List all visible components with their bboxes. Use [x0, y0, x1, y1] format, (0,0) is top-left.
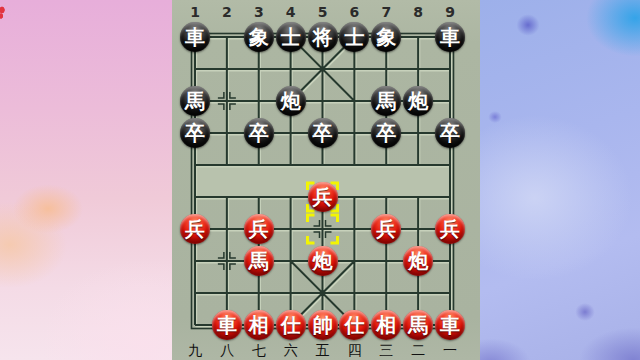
file-label-top: 3 [254, 5, 264, 19]
piece-red[interactable]: 帥 [308, 310, 338, 340]
piece-black[interactable]: 炮 [276, 86, 306, 116]
file-label-bottom: 八 [220, 343, 234, 357]
file-label-top: 8 [413, 5, 423, 19]
file-label-top: 5 [318, 5, 328, 19]
piece-black[interactable]: 象 [244, 22, 274, 52]
piece-red[interactable]: 馬 [244, 246, 274, 276]
piece-red[interactable]: 仕 [276, 310, 306, 340]
file-label-top: 7 [381, 5, 391, 19]
piece-red[interactable]: 兵 [180, 214, 210, 244]
file-label-top: 6 [350, 5, 360, 19]
file-label-bottom: 一 [443, 343, 457, 357]
piece-black[interactable]: 卒 [435, 118, 465, 148]
piece-red[interactable]: 車 [435, 310, 465, 340]
file-label-bottom: 六 [284, 343, 298, 357]
piece-black[interactable]: 将 [308, 22, 338, 52]
piece-black[interactable]: 車 [435, 22, 465, 52]
piece-black[interactable]: 卒 [180, 118, 210, 148]
file-label-bottom: 五 [316, 343, 330, 357]
file-label-bottom: 九 [188, 343, 202, 357]
piece-red[interactable]: 兵 [244, 214, 274, 244]
xiangqi-board: 123456789 九八七六五四三二一 車象士将士象車馬炮馬炮卒卒卒卒卒兵兵兵兵… [172, 0, 480, 360]
piece-red[interactable]: 相 [244, 310, 274, 340]
file-label-bottom: 二 [411, 343, 425, 357]
piece-red[interactable]: 馬 [403, 310, 433, 340]
piece-black[interactable]: 馬 [180, 86, 210, 116]
file-label-bottom: 四 [347, 343, 361, 357]
piece-black[interactable]: 車 [180, 22, 210, 52]
piece-red[interactable]: 炮 [308, 246, 338, 276]
file-label-top: 2 [222, 5, 232, 19]
piece-red[interactable]: 兵 [308, 182, 338, 212]
piece-red[interactable]: 炮 [403, 246, 433, 276]
piece-black[interactable]: 卒 [244, 118, 274, 148]
file-label-bottom: 三 [379, 343, 393, 357]
piece-red[interactable]: 車 [212, 310, 242, 340]
piece-black[interactable]: 炮 [403, 86, 433, 116]
file-label-bottom: 七 [252, 343, 266, 357]
piece-black[interactable]: 卒 [308, 118, 338, 148]
file-label-top: 9 [445, 5, 455, 19]
watercolor-background-blue [478, 0, 640, 360]
file-label-top: 4 [286, 5, 296, 19]
piece-red[interactable]: 兵 [435, 214, 465, 244]
file-label-top: 1 [190, 5, 200, 19]
board-grid [172, 0, 480, 360]
video-thumbnail: 123456789 九八七六五四三二一 車象士将士象車馬炮馬炮卒卒卒卒卒兵兵兵兵… [0, 0, 640, 360]
piece-black[interactable]: 士 [276, 22, 306, 52]
